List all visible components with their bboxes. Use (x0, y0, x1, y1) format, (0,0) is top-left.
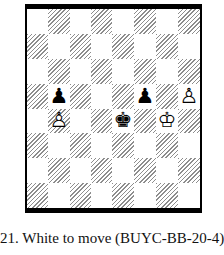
square-b2 (48, 158, 70, 183)
square-b7 (48, 34, 70, 59)
square-a4 (27, 109, 48, 134)
square-a3 (27, 133, 48, 158)
square-e3 (112, 133, 134, 158)
square-g6 (156, 59, 178, 84)
square-f4 (134, 109, 156, 134)
square-e6 (112, 59, 134, 84)
square-d8 (91, 9, 112, 34)
square-c3 (70, 133, 91, 158)
square-c6 (70, 59, 91, 84)
square-d3 (91, 133, 112, 158)
chess-board: ♟♟♟♙♟♙♚♚♔ (27, 9, 200, 208)
square-h1 (178, 183, 200, 208)
square-a8 (27, 9, 48, 34)
piece-black-king-e4: ♚ (112, 109, 134, 133)
square-d4 (91, 109, 112, 134)
piece-white-pawn-h5: ♟♙ (178, 84, 200, 108)
square-c2 (70, 158, 91, 183)
square-e5 (112, 84, 134, 109)
square-f6 (134, 59, 156, 84)
board-frame: ♟♟♟♙♟♙♚♚♔ (25, 4, 202, 213)
square-b1 (48, 183, 70, 208)
square-h4 (178, 109, 200, 134)
square-c5 (70, 84, 91, 109)
square-c7 (70, 34, 91, 59)
square-h8 (178, 9, 200, 34)
square-e4: ♚ (112, 109, 134, 134)
square-g2 (156, 158, 178, 183)
square-b8 (48, 9, 70, 34)
square-g4: ♚♔ (156, 109, 178, 134)
square-d2 (91, 158, 112, 183)
piece-white-king-g4: ♚♔ (156, 109, 178, 133)
square-d7 (91, 34, 112, 59)
square-e8 (112, 9, 134, 34)
piece-black-pawn-b5: ♟ (48, 84, 70, 108)
square-d1 (91, 183, 112, 208)
square-f2 (134, 158, 156, 183)
square-f3 (134, 133, 156, 158)
square-a2 (27, 158, 48, 183)
square-c1 (70, 183, 91, 208)
square-f1 (134, 183, 156, 208)
square-d6 (91, 59, 112, 84)
square-c8 (70, 9, 91, 34)
square-g7 (156, 34, 178, 59)
square-c4 (70, 109, 91, 134)
square-a1 (27, 183, 48, 208)
square-h3 (178, 133, 200, 158)
square-g1 (156, 183, 178, 208)
chess-diagram-page: ♟♟♟♙♟♙♚♚♔ 21. White to move (BUYC-BB-20-… (0, 0, 224, 255)
square-h7 (178, 34, 200, 59)
square-f5: ♟ (134, 84, 156, 109)
square-g5 (156, 84, 178, 109)
caption: 21. White to move (BUYC-BB-20-4) (0, 230, 224, 247)
square-g8 (156, 9, 178, 34)
square-a5 (27, 84, 48, 109)
piece-black-pawn-f5: ♟ (134, 84, 156, 108)
square-a7 (27, 34, 48, 59)
square-g3 (156, 133, 178, 158)
square-b6 (48, 59, 70, 84)
square-b4: ♟♙ (48, 109, 70, 134)
square-e1 (112, 183, 134, 208)
square-d5 (91, 84, 112, 109)
square-a6 (27, 59, 48, 84)
square-b5: ♟ (48, 84, 70, 109)
square-h2 (178, 158, 200, 183)
square-h6 (178, 59, 200, 84)
square-e7 (112, 34, 134, 59)
square-b3 (48, 133, 70, 158)
square-f7 (134, 34, 156, 59)
square-f8 (134, 9, 156, 34)
square-h5: ♟♙ (178, 84, 200, 109)
piece-white-pawn-b4: ♟♙ (48, 109, 70, 133)
square-e2 (112, 158, 134, 183)
